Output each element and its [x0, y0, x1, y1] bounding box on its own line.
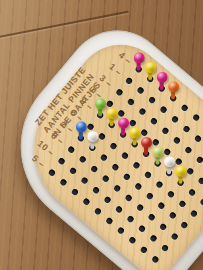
peg-hole[interactable]	[101, 174, 109, 182]
peg-hole[interactable]	[59, 177, 67, 185]
peg-head	[87, 130, 98, 141]
peg-hole[interactable]	[168, 211, 176, 219]
peg-hole[interactable]	[184, 145, 192, 153]
peg-hole[interactable]	[92, 185, 100, 193]
peg-hole[interactable]	[100, 153, 108, 161]
peg-hole[interactable]	[109, 141, 117, 149]
peg-grid: 4 –1 –3 –7 –9 –6 –2 –8 –10 –5 –	[24, 44, 203, 269]
peg-head	[75, 121, 86, 132]
peg-head	[152, 146, 163, 157]
peg-hole[interactable]	[190, 209, 198, 217]
peg-hole[interactable]	[144, 170, 152, 178]
peg-hole[interactable]	[196, 155, 203, 163]
peg-hole[interactable]	[173, 136, 181, 144]
peg-hole[interactable]	[192, 113, 200, 121]
peg-hole[interactable]	[157, 201, 165, 209]
peg-hole[interactable]	[121, 151, 129, 159]
peg-head	[156, 71, 167, 82]
peg-hole[interactable]	[105, 216, 113, 224]
peg-hole[interactable]	[194, 134, 202, 142]
peg-hole[interactable]	[151, 137, 159, 145]
table-plank-seam	[188, 0, 203, 17]
peg-hole[interactable]	[163, 147, 171, 155]
peg-head	[175, 165, 186, 176]
peg-hole[interactable]	[98, 132, 106, 140]
peg-hole[interactable]	[111, 162, 119, 170]
peg-hole[interactable]	[188, 188, 196, 196]
peg-hole[interactable]	[197, 176, 203, 184]
peg-hole[interactable]	[136, 203, 144, 211]
peg-hole[interactable]	[117, 109, 125, 117]
peg-hole[interactable]	[140, 245, 148, 253]
peg-hole[interactable]	[159, 222, 167, 230]
peg-hole[interactable]	[71, 187, 79, 195]
peg-head	[145, 61, 156, 72]
peg-hole[interactable]	[161, 243, 169, 251]
peg-hole[interactable]	[171, 114, 179, 122]
peg-hole[interactable]	[136, 86, 144, 94]
peg-head	[141, 136, 152, 147]
peg-hole[interactable]	[67, 145, 75, 153]
peg-hole[interactable]	[124, 193, 132, 201]
peg-hole[interactable]	[132, 160, 140, 168]
peg-hole[interactable]	[140, 128, 148, 136]
peg-head	[106, 107, 117, 118]
peg-hole[interactable]	[178, 199, 186, 207]
peg-hole[interactable]	[180, 220, 188, 228]
peg-hole[interactable]	[159, 105, 167, 113]
peg-head	[168, 81, 179, 92]
peg-hole[interactable]	[182, 124, 190, 132]
peg-hole[interactable]	[138, 107, 146, 115]
peg-hole[interactable]	[126, 214, 134, 222]
peg-hole[interactable]	[94, 206, 102, 214]
peg-hole[interactable]	[122, 172, 130, 180]
peg-hole[interactable]	[103, 195, 111, 203]
peg-hole[interactable]	[127, 97, 135, 105]
peg-hole[interactable]	[86, 122, 94, 130]
peg-hole[interactable]	[78, 155, 86, 163]
peg-hole[interactable]	[134, 182, 142, 190]
peg-hole[interactable]	[147, 212, 155, 220]
peg-hole[interactable]	[105, 99, 113, 107]
peg-hole[interactable]	[80, 176, 88, 184]
peg-hole[interactable]	[69, 166, 77, 174]
peg-hole[interactable]	[82, 197, 90, 205]
peg-hole[interactable]	[149, 233, 157, 241]
peg-head	[133, 52, 144, 63]
peg-hole[interactable]	[138, 224, 146, 232]
peg-hole[interactable]	[150, 116, 158, 124]
pegboard-photo-scene: ZET HET JUISTE AANTAL PINNEN IN DE GAATJ…	[0, 0, 203, 270]
peg-hole[interactable]	[180, 103, 188, 111]
peg-hole[interactable]	[145, 191, 153, 199]
peg-head	[95, 98, 106, 109]
peg-hole[interactable]	[115, 205, 123, 213]
peg-head	[118, 117, 129, 128]
peg-head	[129, 127, 140, 138]
peg-hole[interactable]	[90, 164, 98, 172]
peg-hole[interactable]	[167, 189, 175, 197]
peg-hole[interactable]	[174, 157, 182, 165]
peg-hole[interactable]	[148, 95, 156, 103]
peg-hole[interactable]	[115, 87, 123, 95]
peg-hole[interactable]	[186, 166, 194, 174]
peg-hole[interactable]	[155, 180, 163, 188]
peg-hole[interactable]	[161, 126, 169, 134]
peg-hole[interactable]	[57, 156, 65, 164]
peg-hole[interactable]	[199, 197, 203, 205]
peg-hole[interactable]	[128, 235, 136, 243]
peg-hole[interactable]	[170, 232, 178, 240]
peg-head	[163, 155, 174, 166]
peg-hole[interactable]	[113, 183, 121, 191]
peg-hole[interactable]	[117, 226, 125, 234]
peg-hole[interactable]	[151, 255, 159, 263]
peg-hole[interactable]	[48, 168, 56, 176]
peg-hole[interactable]	[128, 118, 136, 126]
peg-hole[interactable]	[125, 76, 133, 84]
